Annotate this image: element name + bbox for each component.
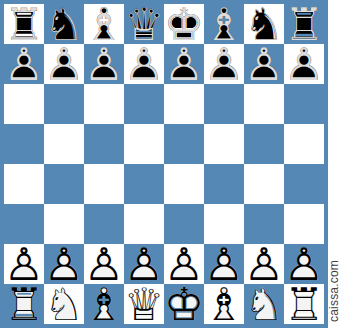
- square-f1[interactable]: ♝♗: [204, 284, 244, 324]
- black-pawn-glyph-outline: ♙: [284, 44, 324, 84]
- black-pawn-piece: ♟♙: [164, 44, 204, 84]
- white-queen-piece: ♛♕: [124, 284, 164, 324]
- square-f6[interactable]: [204, 84, 244, 124]
- square-a5[interactable]: [4, 124, 44, 164]
- square-a4[interactable]: [4, 164, 44, 204]
- white-queen-glyph-outline: ♕: [124, 284, 164, 324]
- black-pawn-glyph-outline: ♙: [84, 44, 124, 84]
- square-d1[interactable]: ♛♕: [124, 284, 164, 324]
- white-knight-glyph-outline: ♘: [244, 284, 284, 324]
- square-a1[interactable]: ♜♖: [4, 284, 44, 324]
- black-pawn-piece: ♟♙: [284, 44, 324, 84]
- black-pawn-glyph-outline: ♙: [244, 44, 284, 84]
- square-b4[interactable]: [44, 164, 84, 204]
- square-b7[interactable]: ♟♙: [44, 44, 84, 84]
- square-g5[interactable]: [244, 124, 284, 164]
- square-g6[interactable]: [244, 84, 284, 124]
- square-f7[interactable]: ♟♙: [204, 44, 244, 84]
- square-f4[interactable]: [204, 164, 244, 204]
- black-pawn-glyph-outline: ♙: [204, 44, 244, 84]
- square-g7[interactable]: ♟♙: [244, 44, 284, 84]
- white-bishop-piece: ♝♗: [84, 284, 124, 324]
- square-b5[interactable]: [44, 124, 84, 164]
- board-frame: ♜♖♞♘♝♗♛♕♚♔♝♗♞♘♜♖♟♙♟♙♟♙♟♙♟♙♟♙♟♙♟♙♟♙♟♙♟♙♟♙…: [0, 0, 328, 328]
- white-rook-glyph-outline: ♖: [4, 284, 44, 324]
- black-pawn-piece: ♟♙: [244, 44, 284, 84]
- white-bishop-glyph-outline: ♗: [204, 284, 244, 324]
- square-e5[interactable]: [164, 124, 204, 164]
- square-e6[interactable]: [164, 84, 204, 124]
- black-pawn-glyph-outline: ♙: [164, 44, 204, 84]
- white-knight-glyph-outline: ♘: [44, 284, 84, 324]
- square-a6[interactable]: [4, 84, 44, 124]
- square-b6[interactable]: [44, 84, 84, 124]
- watermark-text: caissa.com: [328, 0, 340, 328]
- square-g4[interactable]: [244, 164, 284, 204]
- square-d4[interactable]: [124, 164, 164, 204]
- square-h4[interactable]: [284, 164, 324, 204]
- square-h7[interactable]: ♟♙: [284, 44, 324, 84]
- white-bishop-piece: ♝♗: [204, 284, 244, 324]
- square-b1[interactable]: ♞♘: [44, 284, 84, 324]
- white-knight-piece: ♞♘: [244, 284, 284, 324]
- square-h6[interactable]: [284, 84, 324, 124]
- white-king-glyph-outline: ♔: [164, 284, 204, 324]
- white-king-piece: ♚♔: [164, 284, 204, 324]
- square-c7[interactable]: ♟♙: [84, 44, 124, 84]
- square-e7[interactable]: ♟♙: [164, 44, 204, 84]
- white-knight-piece: ♞♘: [44, 284, 84, 324]
- chess-board: ♜♖♞♘♝♗♛♕♚♔♝♗♞♘♜♖♟♙♟♙♟♙♟♙♟♙♟♙♟♙♟♙♟♙♟♙♟♙♟♙…: [4, 4, 324, 324]
- square-d5[interactable]: [124, 124, 164, 164]
- square-c1[interactable]: ♝♗: [84, 284, 124, 324]
- square-c6[interactable]: [84, 84, 124, 124]
- watermark-strip: caissa.com: [328, 0, 340, 328]
- white-rook-piece: ♜♖: [4, 284, 44, 324]
- white-bishop-glyph-outline: ♗: [84, 284, 124, 324]
- square-c4[interactable]: [84, 164, 124, 204]
- black-pawn-piece: ♟♙: [44, 44, 84, 84]
- white-rook-piece: ♜♖: [284, 284, 324, 324]
- black-pawn-piece: ♟♙: [84, 44, 124, 84]
- black-pawn-piece: ♟♙: [124, 44, 164, 84]
- black-pawn-glyph-outline: ♙: [124, 44, 164, 84]
- square-f5[interactable]: [204, 124, 244, 164]
- square-a7[interactable]: ♟♙: [4, 44, 44, 84]
- square-c5[interactable]: [84, 124, 124, 164]
- square-g1[interactable]: ♞♘: [244, 284, 284, 324]
- black-pawn-piece: ♟♙: [4, 44, 44, 84]
- chess-diagram: ♜♖♞♘♝♗♛♕♚♔♝♗♞♘♜♖♟♙♟♙♟♙♟♙♟♙♟♙♟♙♟♙♟♙♟♙♟♙♟♙…: [0, 0, 340, 328]
- white-rook-glyph-outline: ♖: [284, 284, 324, 324]
- square-h1[interactable]: ♜♖: [284, 284, 324, 324]
- black-pawn-glyph-outline: ♙: [4, 44, 44, 84]
- black-pawn-glyph-outline: ♙: [44, 44, 84, 84]
- square-h5[interactable]: [284, 124, 324, 164]
- square-d7[interactable]: ♟♙: [124, 44, 164, 84]
- black-pawn-piece: ♟♙: [204, 44, 244, 84]
- square-d6[interactable]: [124, 84, 164, 124]
- square-e1[interactable]: ♚♔: [164, 284, 204, 324]
- square-e4[interactable]: [164, 164, 204, 204]
